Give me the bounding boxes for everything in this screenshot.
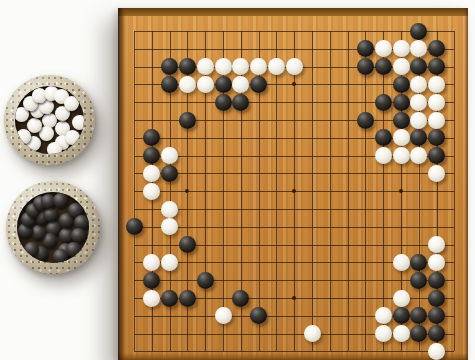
- black-stone[interactable]: [215, 76, 232, 93]
- white-stone-in-bowl: [47, 142, 62, 154]
- black-stone[interactable]: [393, 94, 410, 111]
- black-stone[interactable]: [215, 94, 232, 111]
- white-stone[interactable]: [393, 129, 410, 146]
- black-stone[interactable]: [179, 58, 196, 75]
- white-stone[interactable]: [197, 58, 214, 75]
- white-stone[interactable]: [410, 112, 427, 129]
- white-stone[interactable]: [161, 201, 178, 218]
- board-bottom-edge: [118, 353, 468, 360]
- black-stone[interactable]: [357, 58, 374, 75]
- white-stone[interactable]: [375, 147, 392, 164]
- grid-line-vertical: [454, 31, 455, 351]
- grid-line-vertical: [383, 31, 384, 351]
- white-stone[interactable]: [304, 325, 321, 342]
- black-stone[interactable]: [410, 272, 427, 289]
- white-stone[interactable]: [393, 290, 410, 307]
- board-right-edge: [464, 8, 468, 360]
- white-stone-in-bowl: [64, 96, 79, 111]
- white-stone[interactable]: [393, 58, 410, 75]
- board-top-edge: [118, 8, 468, 16]
- black-stone[interactable]: [375, 58, 392, 75]
- grid-line-vertical: [348, 31, 349, 351]
- grid-line-horizontal: [134, 280, 454, 281]
- black-stone[interactable]: [375, 94, 392, 111]
- black-stone-in-bowl: [71, 228, 86, 243]
- black-stone-in-bowl: [31, 225, 46, 240]
- white-stone[interactable]: [393, 147, 410, 164]
- black-stone[interactable]: [393, 76, 410, 93]
- black-bowl-interior: [17, 192, 89, 263]
- black-stone[interactable]: [126, 218, 143, 235]
- white-stone[interactable]: [161, 254, 178, 271]
- white-stone[interactable]: [268, 58, 285, 75]
- black-stone[interactable]: [232, 94, 249, 111]
- black-stone[interactable]: [161, 165, 178, 182]
- white-stone[interactable]: [143, 290, 160, 307]
- white-stone[interactable]: [215, 58, 232, 75]
- white-stone[interactable]: [393, 40, 410, 57]
- black-stone-in-bowl: [53, 193, 68, 208]
- white-stone[interactable]: [393, 325, 410, 342]
- white-stone[interactable]: [197, 76, 214, 93]
- white-stone[interactable]: [428, 165, 445, 182]
- white-stone[interactable]: [143, 183, 160, 200]
- go-game-scene: [0, 0, 475, 360]
- black-stone[interactable]: [161, 290, 178, 307]
- black-stone[interactable]: [197, 272, 214, 289]
- black-stone[interactable]: [161, 76, 178, 93]
- black-stone[interactable]: [428, 272, 445, 289]
- grid-line-horizontal: [134, 227, 454, 228]
- black-stone[interactable]: [428, 290, 445, 307]
- white-stone[interactable]: [428, 94, 445, 111]
- white-stone[interactable]: [375, 40, 392, 57]
- black-stone[interactable]: [393, 112, 410, 129]
- white-stone[interactable]: [428, 76, 445, 93]
- black-stone[interactable]: [179, 236, 196, 253]
- black-stone[interactable]: [179, 290, 196, 307]
- grid-line-vertical: [312, 31, 313, 351]
- white-stone[interactable]: [375, 325, 392, 342]
- grid-line-vertical: [365, 31, 366, 351]
- board-left-edge: [118, 8, 126, 360]
- white-stone[interactable]: [375, 307, 392, 324]
- grid-line-horizontal: [134, 351, 454, 352]
- go-board[interactable]: [118, 8, 468, 360]
- white-stone-in-bowl: [72, 115, 85, 130]
- grid-line-horizontal: [134, 209, 454, 210]
- black-stone[interactable]: [250, 76, 267, 93]
- black-stone[interactable]: [357, 112, 374, 129]
- white-stone[interactable]: [286, 58, 303, 75]
- white-stone[interactable]: [410, 94, 427, 111]
- white-stone[interactable]: [215, 307, 232, 324]
- white-stone[interactable]: [428, 112, 445, 129]
- black-stone[interactable]: [393, 307, 410, 324]
- white-stone[interactable]: [393, 254, 410, 271]
- black-stone[interactable]: [232, 290, 249, 307]
- white-stone[interactable]: [428, 343, 445, 360]
- grid-line-vertical: [330, 31, 331, 351]
- white-stone[interactable]: [179, 76, 196, 93]
- black-stone[interactable]: [375, 129, 392, 146]
- white-stone-bowl: [4, 75, 95, 165]
- black-stone-bowl: [6, 181, 100, 274]
- black-stone[interactable]: [410, 23, 427, 40]
- white-stone[interactable]: [428, 254, 445, 271]
- black-stone[interactable]: [143, 272, 160, 289]
- white-bowl-interior: [15, 86, 84, 154]
- white-stone-in-bowl: [27, 118, 42, 133]
- black-stone[interactable]: [179, 112, 196, 129]
